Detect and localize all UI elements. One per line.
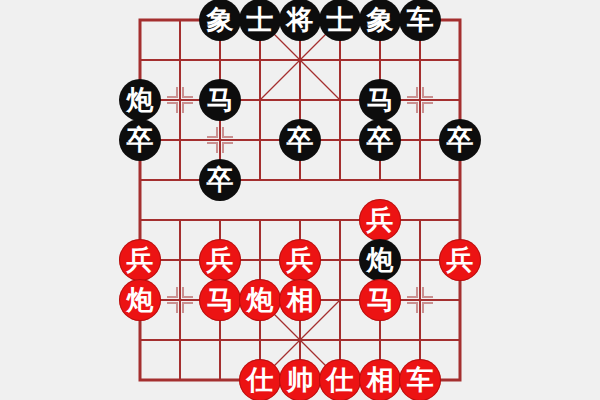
piece-red-soldier[interactable]: 兵 (279, 239, 321, 281)
piece-red-horse[interactable]: 马 (199, 279, 241, 321)
piece-red-soldier[interactable]: 兵 (199, 239, 241, 281)
piece-black-general[interactable]: 将 (279, 0, 321, 41)
piece-black-advisor[interactable]: 士 (319, 0, 361, 41)
piece-red-advisor[interactable]: 仕 (239, 359, 281, 400)
piece-black-elephant[interactable]: 象 (359, 0, 401, 41)
piece-black-soldier[interactable]: 卒 (199, 159, 241, 201)
piece-black-elephant[interactable]: 象 (199, 0, 241, 41)
piece-red-elephant[interactable]: 相 (359, 359, 401, 400)
board-grid[interactable]: 象士将士象车炮马马卒卒卒卒卒兵兵兵兵炮兵炮马炮相马仕帅仕相车 (120, 0, 480, 400)
piece-red-soldier[interactable]: 兵 (439, 239, 481, 281)
piece-black-cannon[interactable]: 炮 (119, 79, 161, 121)
point-marker (160, 80, 200, 120)
point-marker (400, 80, 440, 120)
point-marker (200, 120, 240, 160)
piece-red-advisor[interactable]: 仕 (319, 359, 361, 400)
piece-black-soldier[interactable]: 卒 (119, 119, 161, 161)
point-marker (160, 280, 200, 320)
piece-red-soldier[interactable]: 兵 (119, 239, 161, 281)
piece-black-soldier[interactable]: 卒 (359, 119, 401, 161)
point-marker (400, 280, 440, 320)
piece-black-advisor[interactable]: 士 (239, 0, 281, 41)
piece-black-chariot[interactable]: 车 (399, 0, 441, 41)
piece-black-cannon[interactable]: 炮 (359, 239, 401, 281)
piece-red-chariot[interactable]: 车 (399, 359, 441, 400)
piece-red-soldier[interactable]: 兵 (359, 199, 401, 241)
piece-red-cannon[interactable]: 炮 (119, 279, 161, 321)
piece-black-horse[interactable]: 马 (359, 79, 401, 121)
piece-black-soldier[interactable]: 卒 (279, 119, 321, 161)
piece-red-general[interactable]: 帅 (279, 359, 321, 400)
piece-red-horse[interactable]: 马 (359, 279, 401, 321)
piece-black-horse[interactable]: 马 (199, 79, 241, 121)
piece-black-soldier[interactable]: 卒 (439, 119, 481, 161)
piece-red-elephant[interactable]: 相 (279, 279, 321, 321)
piece-red-cannon[interactable]: 炮 (239, 279, 281, 321)
xiangqi-board: 象士将士象车炮马马卒卒卒卒卒兵兵兵兵炮兵炮马炮相马仕帅仕相车 (0, 0, 600, 400)
